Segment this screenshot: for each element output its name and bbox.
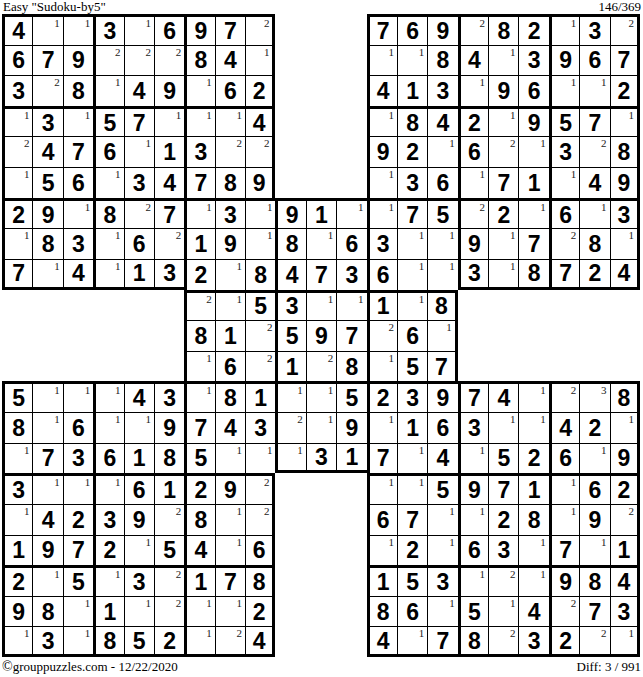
given-digit: 9 xyxy=(552,568,579,596)
given-digit: 3 xyxy=(96,17,123,45)
cell-r14c11[interactable]: 1 xyxy=(306,412,336,443)
cell-r16c14[interactable]: 1 xyxy=(397,473,427,504)
cell-r2c17[interactable]: 1 xyxy=(488,45,518,76)
cell-r7c5[interactable]: 2 xyxy=(124,198,154,229)
cell-r6c8: 8 xyxy=(215,167,245,198)
given-digit: 6 xyxy=(96,444,123,474)
cell-r10c9: 5 xyxy=(245,290,275,321)
cell-r5c13: 9 xyxy=(367,136,397,167)
cell-r19c21: 4 xyxy=(610,565,640,596)
cell-r5c15[interactable]: 1 xyxy=(427,136,457,167)
cell-r5c18[interactable]: 1 xyxy=(518,136,548,167)
cell-r7c3[interactable]: 1 xyxy=(63,198,93,229)
cell-r1c2[interactable]: 1 xyxy=(32,14,62,45)
cell-r9c8[interactable]: 1 xyxy=(215,259,245,290)
cell-r1c9[interactable]: 2 xyxy=(245,14,275,45)
cell-r2c9[interactable]: 1 xyxy=(245,45,275,76)
cell-r15c16[interactable]: 1 xyxy=(458,443,488,474)
given-digit: 7 xyxy=(33,46,62,76)
cell-r16c9[interactable]: 2 xyxy=(245,473,275,504)
cell-r3c20[interactable]: 1 xyxy=(579,75,609,106)
cell-r12c3 xyxy=(63,351,93,382)
cell-r19c17[interactable]: 2 xyxy=(488,565,518,596)
pencil-mark: 1 xyxy=(540,137,546,150)
cell-r2c5[interactable]: 2 xyxy=(124,45,154,76)
cell-r15c1[interactable]: 1 xyxy=(2,443,32,474)
given-digit: 2 xyxy=(611,476,637,504)
cell-r4c6[interactable]: 1 xyxy=(154,106,184,137)
cell-r12c4 xyxy=(93,351,123,382)
given-digit: 3 xyxy=(187,137,214,167)
cell-r19c9: 8 xyxy=(245,565,275,596)
cell-r16c8: 9 xyxy=(215,473,245,504)
cell-r9c13: 6 xyxy=(367,259,397,290)
cell-r4c7[interactable]: 1 xyxy=(184,106,214,137)
cell-r11c4 xyxy=(93,320,123,351)
cell-r13c3[interactable]: 1 xyxy=(63,381,93,412)
cell-r11c17 xyxy=(488,320,518,351)
given-digit: 3 xyxy=(428,568,457,596)
cell-r7c7[interactable]: 1 xyxy=(184,198,214,229)
cell-r12c8: 6 xyxy=(215,351,245,382)
given-digit: 9 xyxy=(428,384,457,412)
given-digit: 8 xyxy=(33,597,62,627)
pencil-mark: 2 xyxy=(328,352,334,365)
cell-r7c4: 8 xyxy=(93,198,123,229)
cell-r3c16[interactable]: 1 xyxy=(458,75,488,106)
cell-r8c3: 3 xyxy=(63,228,93,259)
cell-r16c4[interactable]: 1 xyxy=(93,473,123,504)
cell-r12c19 xyxy=(549,351,579,382)
cell-r7c14: 7 xyxy=(397,198,427,229)
cell-r8c19[interactable]: 2 xyxy=(549,228,579,259)
given-digit: 1 xyxy=(96,597,123,627)
cell-r13c7[interactable]: 1 xyxy=(184,381,214,412)
cell-r2c14[interactable]: 1 xyxy=(397,45,427,76)
given-digit: 1 xyxy=(187,229,214,259)
cell-r13c19[interactable]: 2 xyxy=(549,381,579,412)
cell-r18c7: 4 xyxy=(184,535,214,566)
cell-r4c3[interactable]: 1 xyxy=(63,106,93,137)
given-digit: 7 xyxy=(337,321,366,351)
cell-r9c21: 4 xyxy=(610,259,640,290)
cell-r4c17[interactable]: 1 xyxy=(488,106,518,137)
cell-r16c2[interactable]: 1 xyxy=(32,473,62,504)
pencil-mark: 1 xyxy=(85,384,91,397)
cell-r17c1[interactable]: 1 xyxy=(2,504,32,535)
cell-r12c9[interactable]: 2 xyxy=(245,351,275,382)
cell-r18c8[interactable]: 1 xyxy=(215,535,245,566)
given-digit: 4 xyxy=(246,109,272,137)
given-digit: 8 xyxy=(370,597,397,627)
cell-r16c19[interactable]: 1 xyxy=(549,473,579,504)
cell-r1c4: 3 xyxy=(93,14,123,45)
cell-r19c6[interactable]: 2 xyxy=(154,565,184,596)
cell-r8c6[interactable]: 2 xyxy=(154,228,184,259)
given-digit: 8 xyxy=(580,229,609,259)
cell-r10c12[interactable]: 1 xyxy=(336,290,366,321)
cell-r13c14: 3 xyxy=(397,381,427,412)
cell-r14c5[interactable]: 1 xyxy=(124,412,154,443)
cell-r1c21[interactable]: 2 xyxy=(610,14,640,45)
cell-r14c2[interactable]: 1 xyxy=(32,412,62,443)
given-digit: 8 xyxy=(461,627,488,654)
cell-r8c10: 8 xyxy=(275,228,305,259)
given-digit: 7 xyxy=(370,17,397,45)
given-digit: 3 xyxy=(64,444,93,474)
given-digit: 7 xyxy=(125,109,154,137)
pencil-mark: 1 xyxy=(571,505,577,518)
cell-r2c6[interactable]: 2 xyxy=(154,45,184,76)
given-digit: 7 xyxy=(461,384,488,412)
cell-r1c3[interactable]: 1 xyxy=(63,14,93,45)
cell-r7c20[interactable]: 1 xyxy=(579,198,609,229)
cell-r20c18: 4 xyxy=(518,596,548,627)
cell-r20c19[interactable]: 2 xyxy=(549,596,579,627)
given-digit: 6 xyxy=(398,321,427,351)
cell-r14c21[interactable]: 1 xyxy=(610,412,640,443)
cell-r13c11[interactable]: 1 xyxy=(306,381,336,412)
cell-r20c3[interactable]: 1 xyxy=(63,596,93,627)
cell-r19c16[interactable]: 1 xyxy=(458,565,488,596)
cell-r19c4[interactable]: 1 xyxy=(93,565,123,596)
pencil-mark: 1 xyxy=(85,627,91,640)
cell-r5c1[interactable]: 2 xyxy=(2,136,32,167)
pencil-mark: 2 xyxy=(176,46,182,59)
cell-r16c15: 5 xyxy=(427,473,457,504)
cell-r6c13[interactable]: 1 xyxy=(367,167,397,198)
cell-r2c18: 3 xyxy=(518,45,548,76)
cell-r3c9: 2 xyxy=(245,75,275,106)
given-digit: 6 xyxy=(155,17,184,45)
cell-r1c16[interactable]: 2 xyxy=(458,14,488,45)
cell-r21c20[interactable]: 2 xyxy=(579,626,609,657)
cell-r18c5[interactable]: 1 xyxy=(124,535,154,566)
given-digit: 7 xyxy=(216,17,245,45)
given-digit: 9 xyxy=(611,168,637,198)
cell-r18c13[interactable]: 1 xyxy=(367,535,397,566)
cell-r16c12 xyxy=(336,473,366,504)
cell-r1c19[interactable]: 1 xyxy=(549,14,579,45)
cell-r4c15: 4 xyxy=(427,106,457,137)
cell-r13c18[interactable]: 1 xyxy=(518,381,548,412)
pencil-mark: 1 xyxy=(480,168,486,181)
cell-r15c14[interactable]: 1 xyxy=(397,443,427,474)
cell-r8c4[interactable]: 1 xyxy=(93,228,123,259)
cell-r4c1[interactable]: 1 xyxy=(2,106,32,137)
given-digit: 6 xyxy=(5,46,32,76)
cell-r14c10[interactable]: 2 xyxy=(275,412,305,443)
cell-r11c9[interactable]: 2 xyxy=(245,320,275,351)
cell-r8c9[interactable]: 1 xyxy=(245,228,275,259)
given-digit: 5 xyxy=(96,109,123,137)
cell-r20c6[interactable]: 2 xyxy=(154,596,184,627)
cell-r4c8[interactable]: 1 xyxy=(215,106,245,137)
cell-r7c12[interactable]: 1 xyxy=(336,198,366,229)
cell-r12c14: 5 xyxy=(397,351,427,382)
cell-r18c15[interactable]: 1 xyxy=(427,535,457,566)
cell-r16c13[interactable]: 1 xyxy=(367,473,397,504)
cell-r16c6: 1 xyxy=(154,473,184,504)
cell-r21c3[interactable]: 1 xyxy=(63,626,93,657)
cell-r17c16[interactable]: 1 xyxy=(458,504,488,535)
cell-r18c18[interactable]: 1 xyxy=(518,535,548,566)
cell-r2c4[interactable]: 2 xyxy=(93,45,123,76)
cell-r10c11[interactable]: 1 xyxy=(306,290,336,321)
cell-r7c21: 3 xyxy=(610,198,640,229)
cell-r19c2[interactable]: 1 xyxy=(32,565,62,596)
cell-r2c13[interactable]: 1 xyxy=(367,45,397,76)
cell-r6c1[interactable]: 1 xyxy=(2,167,32,198)
cell-r15c20[interactable]: 1 xyxy=(579,443,609,474)
cell-r14c16: 3 xyxy=(458,412,488,443)
cell-r5c5[interactable]: 1 xyxy=(124,136,154,167)
given-digit: 7 xyxy=(489,168,518,198)
pencil-mark: 1 xyxy=(629,229,635,242)
cell-r8c2: 8 xyxy=(32,228,62,259)
given-digit: 9 xyxy=(552,46,579,76)
cell-r21c1[interactable]: 1 xyxy=(2,626,32,657)
cell-r13c2[interactable]: 1 xyxy=(32,381,62,412)
given-digit: 1 xyxy=(370,293,397,321)
cell-r13c17: 4 xyxy=(488,381,518,412)
cell-r5c11 xyxy=(306,136,336,167)
cell-r5c6: 1 xyxy=(154,136,184,167)
given-digit: 9 xyxy=(216,229,245,259)
pencil-mark: 1 xyxy=(510,597,516,610)
cell-r14c13[interactable]: 1 xyxy=(367,412,397,443)
cell-r5c9[interactable]: 2 xyxy=(245,136,275,167)
cell-r9c2[interactable]: 1 xyxy=(32,259,62,290)
cell-r12c7[interactable]: 1 xyxy=(184,351,214,382)
given-digit: 3 xyxy=(519,46,548,76)
pencil-mark: 1 xyxy=(237,597,243,610)
cell-r12c13[interactable]: 1 xyxy=(367,351,397,382)
cell-r17c21[interactable]: 2 xyxy=(610,504,640,535)
cell-r11c13[interactable]: 2 xyxy=(367,320,397,351)
cell-r6c18: 1 xyxy=(518,167,548,198)
pencil-mark: 1 xyxy=(601,201,607,214)
cell-r5c3: 7 xyxy=(63,136,93,167)
cell-r3c6: 9 xyxy=(154,75,184,106)
pencil-mark: 1 xyxy=(237,536,243,549)
pencil-mark: 1 xyxy=(24,168,30,181)
given-digit: 7 xyxy=(580,597,609,627)
cell-r11c16 xyxy=(458,320,488,351)
cell-r17c19[interactable]: 1 xyxy=(549,504,579,535)
cell-r2c12 xyxy=(336,45,366,76)
cell-r21c5: 5 xyxy=(124,626,154,657)
cell-r21c7[interactable]: 1 xyxy=(184,626,214,657)
given-digit: 6 xyxy=(398,17,427,45)
cell-r10c15: 8 xyxy=(427,290,457,321)
cell-r6c16[interactable]: 1 xyxy=(458,167,488,198)
cell-r4c21[interactable]: 1 xyxy=(610,106,640,137)
pencil-mark: 1 xyxy=(480,568,486,581)
cell-r19c18[interactable]: 1 xyxy=(518,565,548,596)
cell-r15c10[interactable]: 1 xyxy=(275,443,305,474)
cell-r3c1: 3 xyxy=(2,75,32,106)
cell-r20c7[interactable]: 1 xyxy=(184,596,214,627)
cell-r1c20: 3 xyxy=(579,14,609,45)
cell-r13c10[interactable]: 1 xyxy=(275,381,305,412)
cell-r8c18: 7 xyxy=(518,228,548,259)
pencil-mark: 1 xyxy=(388,46,394,59)
cell-r8c15[interactable]: 1 xyxy=(427,228,457,259)
cell-r8c14[interactable]: 1 xyxy=(397,228,427,259)
cell-r5c20[interactable]: 2 xyxy=(579,136,609,167)
cell-r15c17: 5 xyxy=(488,443,518,474)
pencil-mark: 1 xyxy=(449,536,455,549)
cell-r21c18: 3 xyxy=(518,626,548,657)
cell-r21c21[interactable]: 1 xyxy=(610,626,640,657)
sudoku-by5-board: 4113169727692821326792228411184139673281… xyxy=(2,14,640,657)
given-digit: 6 xyxy=(398,597,427,627)
cell-r20c17[interactable]: 1 xyxy=(488,596,518,627)
given-digit: 4 xyxy=(33,137,62,167)
cell-r12c6 xyxy=(154,351,184,382)
cell-r9c17[interactable]: 1 xyxy=(488,259,518,290)
pencil-mark: 1 xyxy=(237,260,243,273)
given-digit: 1 xyxy=(125,260,154,287)
cell-r18c3: 7 xyxy=(63,535,93,566)
cell-r18c20[interactable]: 1 xyxy=(579,535,609,566)
cell-r13c15: 9 xyxy=(427,381,457,412)
cell-r17c8[interactable]: 1 xyxy=(215,504,245,535)
given-digit: 4 xyxy=(125,384,154,412)
cell-r8c21[interactable]: 1 xyxy=(610,228,640,259)
cell-r6c19[interactable]: 1 xyxy=(549,167,579,198)
cell-r13c12: 5 xyxy=(336,381,366,412)
cell-r10c18 xyxy=(518,290,548,321)
given-digit: 5 xyxy=(125,627,154,654)
cell-r9c19: 7 xyxy=(549,259,579,290)
given-digit: 6 xyxy=(64,168,93,198)
pencil-mark: 2 xyxy=(601,627,607,640)
cell-r21c11 xyxy=(306,626,336,657)
cell-r12c11[interactable]: 2 xyxy=(306,351,336,382)
given-digit: 3 xyxy=(489,536,518,566)
cell-r1c14: 6 xyxy=(397,14,427,45)
cell-r15c8[interactable]: 1 xyxy=(215,443,245,474)
cell-r20c8[interactable]: 1 xyxy=(215,596,245,627)
cell-r3c7[interactable]: 1 xyxy=(184,75,214,106)
cell-r2c20: 6 xyxy=(579,45,609,76)
cell-r9c14[interactable]: 1 xyxy=(397,259,427,290)
cell-r17c6[interactable]: 2 xyxy=(154,504,184,535)
cell-r17c13: 6 xyxy=(367,504,397,535)
cell-r10c14[interactable]: 1 xyxy=(397,290,427,321)
cell-r1c5[interactable]: 1 xyxy=(124,14,154,45)
given-digit: 8 xyxy=(96,627,123,654)
pencil-mark: 2 xyxy=(115,46,121,59)
cell-r7c18[interactable]: 1 xyxy=(518,198,548,229)
cell-r8c11[interactable]: 1 xyxy=(306,228,336,259)
given-digit: 9 xyxy=(125,505,154,535)
cell-r7c16[interactable]: 2 xyxy=(458,198,488,229)
cell-r5c8[interactable]: 2 xyxy=(215,136,245,167)
cell-r3c8: 6 xyxy=(215,75,245,106)
given-digit: 3 xyxy=(398,168,427,198)
cell-r9c4[interactable]: 1 xyxy=(93,259,123,290)
given-digit: 2 xyxy=(5,201,32,229)
cell-r3c2[interactable]: 2 xyxy=(32,75,62,106)
pencil-mark: 2 xyxy=(54,76,60,89)
pencil-mark: 1 xyxy=(510,46,516,59)
cell-r14c17[interactable]: 1 xyxy=(488,412,518,443)
cell-r7c11: 1 xyxy=(306,198,336,229)
cell-r10c8[interactable]: 1 xyxy=(215,290,245,321)
cell-r10c21 xyxy=(610,290,640,321)
cell-r9c15[interactable]: 1 xyxy=(427,259,457,290)
cell-r5c17[interactable]: 2 xyxy=(488,136,518,167)
cell-r8c17[interactable]: 1 xyxy=(488,228,518,259)
cell-r3c21: 2 xyxy=(610,75,640,106)
given-digit: 4 xyxy=(580,168,609,198)
given-digit: 2 xyxy=(64,505,93,535)
cell-r16c3[interactable]: 1 xyxy=(63,473,93,504)
cell-r7c19: 6 xyxy=(549,198,579,229)
cell-r9c10: 4 xyxy=(275,259,305,290)
given-digit: 1 xyxy=(519,168,548,198)
cell-r13c20[interactable]: 3 xyxy=(579,381,609,412)
cell-r15c9[interactable]: 1 xyxy=(245,443,275,474)
cell-r7c13[interactable]: 1 xyxy=(367,198,397,229)
cell-r11c11: 9 xyxy=(306,320,336,351)
cell-r11c15[interactable]: 1 xyxy=(427,320,457,351)
cell-r10c7[interactable]: 2 xyxy=(184,290,214,321)
pencil-mark: 1 xyxy=(206,352,212,365)
given-digit: 7 xyxy=(64,137,93,167)
cell-r18c10 xyxy=(275,535,305,566)
cell-r12c10: 1 xyxy=(275,351,305,382)
cell-r21c8[interactable]: 2 xyxy=(215,626,245,657)
pencil-mark: 1 xyxy=(24,229,30,242)
cell-r14c4[interactable]: 1 xyxy=(93,412,123,443)
cell-r14c8: 4 xyxy=(215,412,245,443)
cell-r3c19[interactable]: 1 xyxy=(549,75,579,106)
cell-r8c16: 9 xyxy=(458,228,488,259)
cell-r7c9[interactable]: 1 xyxy=(245,198,275,229)
cell-r8c1[interactable]: 1 xyxy=(2,228,32,259)
cell-r1c1: 4 xyxy=(2,14,32,45)
given-digit: 3 xyxy=(155,384,184,412)
cell-r4c19: 5 xyxy=(549,106,579,137)
given-digit: 9 xyxy=(278,201,305,229)
cell-r8c7: 1 xyxy=(184,228,214,259)
cell-r21c17[interactable]: 2 xyxy=(488,626,518,657)
cell-r21c14[interactable]: 1 xyxy=(397,626,427,657)
cell-r17c15[interactable]: 1 xyxy=(427,504,457,535)
cell-r7c17: 2 xyxy=(488,198,518,229)
cell-r4c13[interactable]: 1 xyxy=(367,106,397,137)
cell-r20c5[interactable]: 1 xyxy=(124,596,154,627)
cell-r20c15[interactable]: 1 xyxy=(427,596,457,627)
cell-r3c4[interactable]: 1 xyxy=(93,75,123,106)
cell-r21c15: 7 xyxy=(427,626,457,657)
cell-r11c1 xyxy=(2,320,32,351)
pencil-mark: 2 xyxy=(237,627,243,640)
pencil-mark: 1 xyxy=(145,137,151,150)
pencil-mark: 1 xyxy=(571,168,577,181)
cell-r6c4[interactable]: 1 xyxy=(93,167,123,198)
cell-r14c3: 6 xyxy=(63,412,93,443)
cells-remaining-counter: 146/369 xyxy=(598,0,641,14)
cell-r13c4[interactable]: 1 xyxy=(93,381,123,412)
given-digit: 4 xyxy=(461,46,488,76)
cell-r14c18[interactable]: 1 xyxy=(518,412,548,443)
cell-r17c9[interactable]: 2 xyxy=(245,504,275,535)
